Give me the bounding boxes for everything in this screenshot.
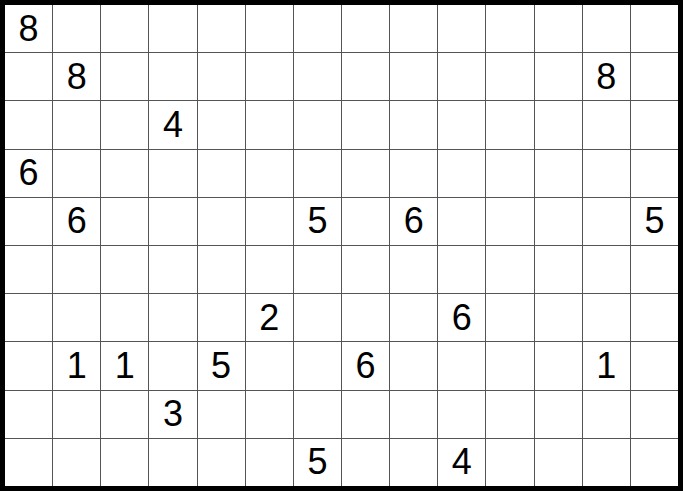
cell-r9c0[interactable] <box>5 439 52 486</box>
cell-r3c9[interactable] <box>438 150 485 197</box>
cell-r1c5[interactable] <box>246 53 293 100</box>
cell-r4c7[interactable] <box>342 198 389 245</box>
cell-r4c9[interactable] <box>438 198 485 245</box>
clue-cell-r7c1: 1 <box>53 342 100 389</box>
cell-r5c0[interactable] <box>5 246 52 293</box>
cell-r3c13[interactable] <box>631 150 678 197</box>
cell-r8c7[interactable] <box>342 391 389 438</box>
clue-cell-r9c6: 5 <box>294 439 341 486</box>
clue-cell-r9c9: 4 <box>438 439 485 486</box>
cell-r4c12[interactable] <box>583 198 630 245</box>
cell-r2c8[interactable] <box>390 101 437 148</box>
cell-r9c5[interactable] <box>246 439 293 486</box>
cell-r2c7[interactable] <box>342 101 389 148</box>
cell-r3c11[interactable] <box>535 150 582 197</box>
cell-r6c10[interactable] <box>486 294 533 341</box>
cell-r9c13[interactable] <box>631 439 678 486</box>
clue-cell-r1c1: 8 <box>53 53 100 100</box>
cell-r3c5[interactable] <box>246 150 293 197</box>
cell-r4c0[interactable] <box>5 198 52 245</box>
cell-r5c10[interactable] <box>486 246 533 293</box>
clue-cell-r7c7: 6 <box>342 342 389 389</box>
cell-r6c0[interactable] <box>5 294 52 341</box>
cell-r5c4[interactable] <box>198 246 245 293</box>
cell-r0c11[interactable] <box>535 5 582 52</box>
cell-r3c6[interactable] <box>294 150 341 197</box>
cell-r5c8[interactable] <box>390 246 437 293</box>
cell-r6c1[interactable] <box>53 294 100 341</box>
cell-r0c1[interactable] <box>53 5 100 52</box>
clue-cell-r0c0: 8 <box>5 5 52 52</box>
cell-r4c10[interactable] <box>486 198 533 245</box>
cell-r5c11[interactable] <box>535 246 582 293</box>
cell-r4c3[interactable] <box>149 198 196 245</box>
cell-r3c8[interactable] <box>390 150 437 197</box>
cell-r5c13[interactable] <box>631 246 678 293</box>
cell-r1c3[interactable] <box>149 53 196 100</box>
cell-r6c8[interactable] <box>390 294 437 341</box>
cell-r5c9[interactable] <box>438 246 485 293</box>
cell-r8c11[interactable] <box>535 391 582 438</box>
cell-r7c0[interactable] <box>5 342 52 389</box>
cell-r9c11[interactable] <box>535 439 582 486</box>
cell-r8c6[interactable] <box>294 391 341 438</box>
cell-r6c12[interactable] <box>583 294 630 341</box>
cell-r8c9[interactable] <box>438 391 485 438</box>
cell-r8c8[interactable] <box>390 391 437 438</box>
cell-r6c11[interactable] <box>535 294 582 341</box>
cell-r3c7[interactable] <box>342 150 389 197</box>
cell-r6c7[interactable] <box>342 294 389 341</box>
cell-r3c3[interactable] <box>149 150 196 197</box>
cell-r3c2[interactable] <box>101 150 148 197</box>
cell-r3c1[interactable] <box>53 150 100 197</box>
cell-r1c9[interactable] <box>438 53 485 100</box>
cell-r5c2[interactable] <box>101 246 148 293</box>
cell-r2c9[interactable] <box>438 101 485 148</box>
cell-r6c13[interactable] <box>631 294 678 341</box>
cell-r8c2[interactable] <box>101 391 148 438</box>
cell-r8c13[interactable] <box>631 391 678 438</box>
cell-r1c7[interactable] <box>342 53 389 100</box>
cell-r7c10[interactable] <box>486 342 533 389</box>
cell-r0c5[interactable] <box>246 5 293 52</box>
cell-r6c2[interactable] <box>101 294 148 341</box>
clue-cell-r8c3: 3 <box>149 391 196 438</box>
cell-r7c5[interactable] <box>246 342 293 389</box>
cell-r3c12[interactable] <box>583 150 630 197</box>
clue-cell-r4c1: 6 <box>53 198 100 245</box>
cell-r0c12[interactable] <box>583 5 630 52</box>
cell-r2c5[interactable] <box>246 101 293 148</box>
cell-r4c2[interactable] <box>101 198 148 245</box>
clue-cell-r3c0: 6 <box>5 150 52 197</box>
cell-r1c2[interactable] <box>101 53 148 100</box>
cell-r5c5[interactable] <box>246 246 293 293</box>
clue-cell-r4c8: 6 <box>390 198 437 245</box>
cell-r1c4[interactable] <box>198 53 245 100</box>
cell-r0c6[interactable] <box>294 5 341 52</box>
cell-r7c6[interactable] <box>294 342 341 389</box>
cell-r2c12[interactable] <box>583 101 630 148</box>
cell-r8c1[interactable] <box>53 391 100 438</box>
cell-r9c7[interactable] <box>342 439 389 486</box>
cell-r8c5[interactable] <box>246 391 293 438</box>
cell-r5c6[interactable] <box>294 246 341 293</box>
clue-cell-r6c5: 2 <box>246 294 293 341</box>
cell-r0c4[interactable] <box>198 5 245 52</box>
cell-r0c10[interactable] <box>486 5 533 52</box>
cell-r5c3[interactable] <box>149 246 196 293</box>
cell-r9c12[interactable] <box>583 439 630 486</box>
cell-r0c3[interactable] <box>149 5 196 52</box>
cell-r0c7[interactable] <box>342 5 389 52</box>
cell-r2c0[interactable] <box>5 101 52 148</box>
cell-r4c4[interactable] <box>198 198 245 245</box>
cell-r9c4[interactable] <box>198 439 245 486</box>
cell-r2c11[interactable] <box>535 101 582 148</box>
cell-r5c1[interactable] <box>53 246 100 293</box>
cell-r9c3[interactable] <box>149 439 196 486</box>
clue-cell-r2c3: 4 <box>149 101 196 148</box>
clue-cell-r1c12: 8 <box>583 53 630 100</box>
cell-r6c3[interactable] <box>149 294 196 341</box>
cell-r1c6[interactable] <box>294 53 341 100</box>
cell-r7c13[interactable] <box>631 342 678 389</box>
cell-r0c2[interactable] <box>101 5 148 52</box>
cell-r7c11[interactable] <box>535 342 582 389</box>
cell-r1c0[interactable] <box>5 53 52 100</box>
cell-r7c9[interactable] <box>438 342 485 389</box>
cell-r6c6[interactable] <box>294 294 341 341</box>
clue-cell-r4c6: 5 <box>294 198 341 245</box>
cell-r6c4[interactable] <box>198 294 245 341</box>
cell-r0c9[interactable] <box>438 5 485 52</box>
cell-r4c5[interactable] <box>246 198 293 245</box>
cell-r8c10[interactable] <box>486 391 533 438</box>
clue-cell-r7c12: 1 <box>583 342 630 389</box>
cell-r2c2[interactable] <box>101 101 148 148</box>
cell-r2c1[interactable] <box>53 101 100 148</box>
cell-r2c13[interactable] <box>631 101 678 148</box>
cell-r8c0[interactable] <box>5 391 52 438</box>
cell-r4c11[interactable] <box>535 198 582 245</box>
cell-r9c8[interactable] <box>390 439 437 486</box>
clue-cell-r7c4: 5 <box>198 342 245 389</box>
cell-r9c10[interactable] <box>486 439 533 486</box>
cell-r5c7[interactable] <box>342 246 389 293</box>
cell-r3c4[interactable] <box>198 150 245 197</box>
cell-r7c3[interactable] <box>149 342 196 389</box>
cell-r5c12[interactable] <box>583 246 630 293</box>
cell-r1c13[interactable] <box>631 53 678 100</box>
cell-r1c11[interactable] <box>535 53 582 100</box>
cell-r8c12[interactable] <box>583 391 630 438</box>
cell-r1c10[interactable] <box>486 53 533 100</box>
cell-r1c8[interactable] <box>390 53 437 100</box>
cell-r3c10[interactable] <box>486 150 533 197</box>
cell-r9c2[interactable] <box>101 439 148 486</box>
clue-cell-r6c9: 6 <box>438 294 485 341</box>
puzzle-board: 8884665652611561354 <box>0 0 683 491</box>
clue-cell-r7c2: 1 <box>101 342 148 389</box>
clue-cell-r4c13: 5 <box>631 198 678 245</box>
cell-r0c8[interactable] <box>390 5 437 52</box>
cell-r2c4[interactable] <box>198 101 245 148</box>
cell-r8c4[interactable] <box>198 391 245 438</box>
cell-r9c1[interactable] <box>53 439 100 486</box>
cell-r2c10[interactable] <box>486 101 533 148</box>
cell-r0c13[interactable] <box>631 5 678 52</box>
cell-r7c8[interactable] <box>390 342 437 389</box>
cell-r2c6[interactable] <box>294 101 341 148</box>
